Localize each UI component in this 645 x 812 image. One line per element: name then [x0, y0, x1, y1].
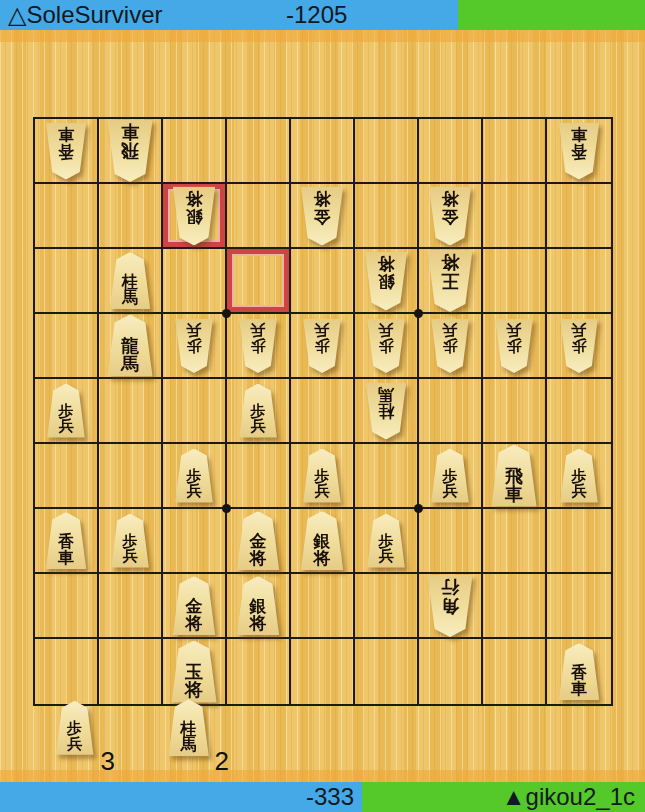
bottom-player-bar-blue: -333	[0, 782, 362, 812]
board-square[interactable]	[419, 639, 483, 704]
board-square[interactable]: 金将	[419, 184, 483, 249]
board-square[interactable]	[99, 379, 163, 444]
sente-piece-P[interactable]: 歩兵	[366, 514, 406, 568]
board-square[interactable]	[35, 184, 99, 249]
gote-piece-S[interactable]: 銀将	[364, 251, 409, 310]
piece-kanji: 将	[378, 254, 395, 271]
board-square[interactable]: 歩兵	[547, 444, 611, 509]
gote-piece-P[interactable]: 歩兵	[366, 319, 406, 373]
board-square[interactable]: 歩兵	[419, 444, 483, 509]
piece-kanji: 馬	[121, 355, 139, 373]
gote-piece-P[interactable]: 歩兵	[559, 319, 599, 373]
piece-kanji: 馬	[378, 385, 394, 401]
board-square[interactable]	[355, 639, 419, 704]
piece-kanji: 兵	[379, 322, 394, 337]
gote-piece-P[interactable]: 歩兵	[302, 319, 342, 373]
board-square[interactable]: 歩兵	[35, 379, 99, 444]
board-square[interactable]: 歩兵	[291, 314, 355, 379]
sente-piece-G[interactable]: 金将	[172, 576, 217, 635]
board-square[interactable]: 歩兵	[227, 379, 291, 444]
piece-kanji: 兵	[315, 484, 330, 499]
board-square[interactable]	[35, 444, 99, 509]
board-square[interactable]: 桂馬	[355, 379, 419, 444]
board-square[interactable]: 香車	[35, 509, 99, 574]
board-square[interactable]: 金将	[227, 509, 291, 574]
piece-kanji: 兵	[443, 322, 458, 337]
board-square[interactable]: 歩兵	[355, 509, 419, 574]
star-point	[414, 504, 423, 513]
board-square[interactable]	[163, 119, 227, 184]
gote-hand-area	[33, 42, 612, 115]
board-square[interactable]: 香車	[547, 119, 611, 184]
piece-kanji: 車	[571, 681, 587, 697]
piece-kanji: 歩	[315, 337, 330, 352]
piece-kanji: 飛	[505, 467, 523, 485]
piece-kanji: 歩	[187, 337, 202, 352]
board-square[interactable]	[35, 249, 99, 314]
board-square[interactable]	[483, 639, 547, 704]
piece-kanji: 将	[314, 550, 331, 567]
piece-kanji: 香	[571, 141, 587, 157]
sente-piece-S[interactable]: 銀将	[300, 511, 345, 570]
piece-kanji: 歩	[507, 337, 522, 352]
square-last-move-from[interactable]	[227, 249, 291, 314]
gote-piece-G[interactable]: 金将	[428, 186, 473, 245]
board-square[interactable]: 金将	[163, 574, 227, 639]
sente-piece-P[interactable]: 歩兵	[430, 449, 470, 503]
board-square[interactable]	[227, 119, 291, 184]
piece-kanji: 金	[314, 206, 331, 223]
board-square[interactable]: 銀将	[227, 574, 291, 639]
piece-kanji: 兵	[443, 484, 458, 499]
hand-piece-N[interactable]: 桂馬2	[161, 697, 221, 767]
piece-kanji: 将	[441, 253, 459, 271]
piece-kanji: 車	[58, 125, 74, 141]
top-player-bar: △SoleSurviver -1205	[0, 0, 645, 30]
piece-kanji: 兵	[572, 484, 587, 499]
board-square[interactable]	[291, 379, 355, 444]
star-point	[222, 309, 231, 318]
board-square[interactable]: 歩兵	[163, 314, 227, 379]
sente-piece-R[interactable]: 飛車	[490, 445, 538, 507]
sente-piece-G[interactable]: 金将	[236, 511, 281, 570]
shogi-board[interactable]: 香車飛車香車銀将金将金将桂馬銀将王将龍馬歩兵歩兵歩兵歩兵歩兵歩兵歩兵歩兵歩兵桂馬…	[33, 117, 613, 706]
sente-piece-K[interactable]: 玉将	[170, 641, 218, 703]
board-square[interactable]: 歩兵	[483, 314, 547, 379]
gote-piece-L[interactable]: 香車	[558, 122, 601, 179]
board-square[interactable]: 龍馬	[99, 314, 163, 379]
piece-kanji: 行	[441, 578, 459, 596]
piece-kanji: 将	[250, 615, 267, 632]
star-point	[414, 309, 423, 318]
board-square[interactable]	[355, 574, 419, 639]
piece-kanji: 歩	[379, 337, 394, 352]
piece-kanji: 兵	[507, 322, 522, 337]
sente-piece-P[interactable]: 歩兵	[174, 449, 214, 503]
board-square[interactable]: 銀将	[291, 509, 355, 574]
piece-kanji: 馬	[122, 290, 138, 306]
board-square[interactable]	[483, 509, 547, 574]
piece-kanji: 将	[442, 189, 459, 206]
piece-kanji: 車	[58, 550, 74, 566]
sente-piece-P[interactable]: 歩兵	[302, 449, 342, 503]
star-point	[222, 504, 231, 513]
board-square[interactable]	[419, 379, 483, 444]
board-square[interactable]	[547, 379, 611, 444]
board-square[interactable]: 金将	[291, 184, 355, 249]
piece-kanji: 桂	[378, 401, 394, 417]
board-square[interactable]	[99, 184, 163, 249]
board-square[interactable]	[35, 314, 99, 379]
piece-kanji: 兵	[187, 322, 202, 337]
sente-piece-P[interactable]: 歩兵	[238, 384, 278, 438]
gote-piece-P[interactable]: 歩兵	[430, 319, 470, 373]
board-square[interactable]	[483, 379, 547, 444]
board-square[interactable]	[291, 119, 355, 184]
board-square[interactable]	[547, 574, 611, 639]
bottom-player-score: -333	[306, 783, 354, 811]
piece-kanji: 将	[314, 189, 331, 206]
board-square[interactable]: 歩兵	[99, 509, 163, 574]
top-tray-strip	[0, 30, 645, 42]
board-square[interactable]: 香車	[547, 639, 611, 704]
gote-piece-G[interactable]: 金将	[300, 186, 345, 245]
piece-kanji: 香	[58, 141, 74, 157]
board-square[interactable]	[227, 444, 291, 509]
piece-kanji: 飛	[121, 141, 139, 159]
piece-kanji: 玉	[185, 663, 203, 681]
board-square[interactable]: 香車	[35, 119, 99, 184]
board-square[interactable]: 王将	[419, 249, 483, 314]
board-square[interactable]	[227, 639, 291, 704]
piece-kanji: 兵	[379, 549, 394, 564]
piece-kanji: 歩	[572, 337, 587, 352]
gote-piece-L[interactable]: 香車	[45, 122, 88, 179]
piece-kanji: 車	[121, 123, 139, 141]
board-square[interactable]	[483, 249, 547, 314]
piece-kanji: 銀	[378, 271, 395, 288]
piece-kanji: 将	[186, 615, 203, 632]
board-square[interactable]	[547, 184, 611, 249]
top-player-bar-blue: △SoleSurviver -1205	[0, 0, 458, 30]
board-square[interactable]: 歩兵	[547, 314, 611, 379]
board-square[interactable]	[483, 119, 547, 184]
piece-kanji: 角	[441, 596, 459, 614]
bottom-player-name: ▲gikou2_1c	[502, 783, 635, 811]
bottom-player-bar: -333 ▲gikou2_1c	[0, 782, 645, 812]
board-square[interactable]	[355, 119, 419, 184]
board-square[interactable]: 歩兵	[355, 314, 419, 379]
gote-piece-P[interactable]: 歩兵	[174, 319, 214, 373]
gote-piece-B[interactable]: 角行	[426, 575, 474, 637]
piece-kanji: 兵	[251, 419, 266, 434]
board-square[interactable]	[355, 184, 419, 249]
piece-kanji: 将	[250, 550, 267, 567]
piece-kanji: 兵	[123, 549, 138, 564]
board-square[interactable]	[99, 639, 163, 704]
shogi-app-screen: △SoleSurviver -1205 香車飛車香車銀将金将金将桂馬銀将王将龍馬…	[0, 0, 645, 812]
board-square[interactable]	[483, 184, 547, 249]
board-square[interactable]	[99, 574, 163, 639]
board-square[interactable]	[291, 574, 355, 639]
board-square[interactable]	[35, 574, 99, 639]
board-square[interactable]	[163, 379, 227, 444]
piece-kanji: 龍	[121, 337, 139, 355]
board-square[interactable]	[163, 249, 227, 314]
gote-piece-R[interactable]: 飛車	[106, 120, 154, 182]
gote-piece-S[interactable]: 銀将	[172, 186, 217, 245]
sente-piece-+B[interactable]: 龍馬	[106, 315, 154, 377]
sente-piece-L[interactable]: 香車	[45, 512, 88, 569]
piece-kanji: 歩	[443, 337, 458, 352]
sente-piece-P[interactable]: 歩兵	[110, 514, 150, 568]
piece-kanji: 車	[571, 125, 587, 141]
sente-hand-area: 歩兵3桂馬2	[33, 697, 612, 769]
square-last-move-to[interactable]: 銀将	[163, 184, 227, 249]
board-square[interactable]	[547, 249, 611, 314]
sente-piece-S[interactable]: 銀将	[236, 576, 281, 635]
piece-kanji: 兵	[59, 419, 74, 434]
gote-piece-N[interactable]: 桂馬	[365, 382, 408, 439]
board-square[interactable]: 歩兵	[419, 314, 483, 379]
board-square[interactable]	[227, 184, 291, 249]
board-square[interactable]	[355, 444, 419, 509]
gote-piece-K[interactable]: 王将	[426, 250, 474, 312]
bottom-player-bar-green: ▲gikou2_1c	[362, 782, 645, 812]
board-square[interactable]: 銀将	[355, 249, 419, 314]
gote-piece-P[interactable]: 歩兵	[494, 319, 534, 373]
piece-kanji: 銀	[186, 206, 203, 223]
board-square[interactable]: 歩兵	[227, 314, 291, 379]
board-square[interactable]: 飛車	[483, 444, 547, 509]
board-square[interactable]	[291, 249, 355, 314]
piece-kanji: 将	[186, 189, 203, 206]
board-square[interactable]: 歩兵	[291, 444, 355, 509]
sente-piece-P[interactable]: 歩兵	[55, 701, 95, 755]
sente-piece-P[interactable]: 歩兵	[559, 449, 599, 503]
board-square[interactable]: 角行	[419, 574, 483, 639]
piece-kanji: 車	[505, 485, 523, 503]
piece-kanji: 兵	[572, 322, 587, 337]
sente-piece-N[interactable]: 桂馬	[167, 699, 210, 756]
sente-piece-N[interactable]: 桂馬	[109, 252, 152, 309]
piece-kanji: 兵	[315, 322, 330, 337]
board-square[interactable]: 歩兵	[163, 444, 227, 509]
board-square[interactable]	[419, 119, 483, 184]
board-square[interactable]	[419, 509, 483, 574]
board-square[interactable]: 玉将	[163, 639, 227, 704]
board-square[interactable]	[291, 639, 355, 704]
piece-kanji: 馬	[181, 737, 197, 753]
sente-piece-L[interactable]: 香車	[558, 643, 601, 700]
piece-kanji: 兵	[67, 737, 82, 752]
top-player-score: -1205	[286, 1, 347, 29]
top-player-bar-green	[458, 0, 645, 30]
hand-piece-P[interactable]: 歩兵3	[47, 697, 107, 767]
piece-kanji: 兵	[187, 484, 202, 499]
top-player-name: △SoleSurviver	[8, 1, 163, 29]
piece-kanji: 歩	[251, 337, 266, 352]
board-square[interactable]	[99, 444, 163, 509]
sente-piece-P[interactable]: 歩兵	[46, 384, 86, 438]
board-square[interactable]: 桂馬	[99, 249, 163, 314]
board-square[interactable]	[483, 574, 547, 639]
board-square[interactable]	[35, 639, 99, 704]
piece-kanji: 兵	[251, 322, 266, 337]
piece-kanji: 王	[441, 271, 459, 289]
board-square[interactable]	[163, 509, 227, 574]
board-square[interactable]	[547, 509, 611, 574]
board-square[interactable]: 飛車	[99, 119, 163, 184]
piece-kanji: 金	[442, 206, 459, 223]
bottom-tray-strip	[0, 770, 645, 782]
gote-piece-P[interactable]: 歩兵	[238, 319, 278, 373]
